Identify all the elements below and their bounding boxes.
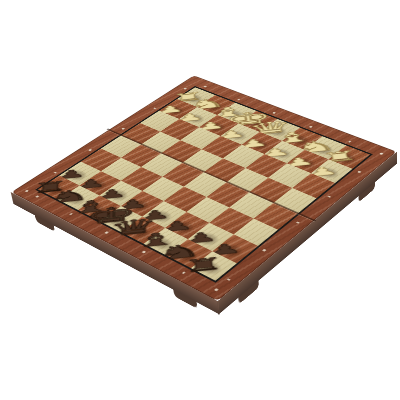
piece-shadow [169,218,199,236]
square-b6 [209,207,253,234]
rivet-dot [36,195,40,197]
rivet-dot [227,278,231,281]
square-a5 [254,203,298,230]
white-pawn: ♟ [306,164,340,179]
board-foot [359,182,375,202]
white-rook: ♜ [320,148,359,165]
rivet-dot [105,231,109,233]
square-e8: ♚ [99,206,143,232]
square-c7: ♟ [165,212,209,239]
black-pawn: ♟ [139,207,171,223]
square-b8: ♞ [167,239,213,268]
rivet-dot [380,153,384,155]
piece-shadow [216,241,248,260]
black-queen: ♛ [109,215,159,240]
square-e6 [142,176,184,201]
rivet-dot [25,190,29,192]
board-foot [173,290,197,309]
piece-shadow [125,223,155,241]
black-pawn: ♟ [161,218,194,234]
rivet-dot [296,221,300,223]
rivet-dot [88,149,91,151]
square-d5 [184,172,226,197]
piece-shadow [195,258,227,278]
black-bishop: ♝ [134,229,178,251]
square-a7: ♟ [212,234,258,263]
rivet-dot [69,213,73,215]
rivet-dot [183,88,186,90]
square-c4 [226,168,268,192]
black-rook: ♜ [183,255,224,276]
rivet-dot [121,128,124,130]
rivet-dot [214,288,218,291]
square-c5 [207,182,250,207]
rivet-dot [182,271,186,274]
piece-shadow [192,230,223,249]
rivet-dot [327,195,331,197]
square-b3 [268,163,310,187]
square-a8: ♜ [191,251,238,281]
rivet-dot [237,98,240,100]
square-c8: ♝ [143,227,188,255]
square-d6 [164,186,207,211]
board-foot [35,215,55,232]
square-a2: ♟ [311,159,353,183]
rivet-dot [272,112,275,114]
square-c6 [186,197,230,223]
piece-shadow [147,207,177,225]
rivet-dot [357,171,361,173]
piece-shadow [147,234,178,253]
piece-shadow [103,212,133,230]
square-a3 [292,173,335,198]
black-pawn: ♟ [208,240,243,257]
rivet-dot [348,141,351,143]
square-d8: ♛ [121,216,165,243]
piece-shadow [171,246,202,265]
chessboard: ♜♞♝♚♛♝♞♜♟♟♟♟♟♟♟♟♟♟♟♟♟♟♟♟♜♞♝♚♛♝♞♜ [11,75,396,301]
board-foot [238,281,259,305]
black-knight: ♞ [157,240,202,263]
square-a4 [273,188,317,214]
square-b5 [230,192,274,218]
rivet-dot [262,249,266,251]
playing-area: ♜♞♝♚♛♝♞♜♟♟♟♟♟♟♟♟♟♟♟♟♟♟♟♟♜♞♝♚♛♝♞♜ [35,86,373,283]
square-b4 [249,177,292,202]
square-d7: ♟ [143,201,187,227]
square-a6 [233,218,278,246]
black-pawn: ♟ [184,229,218,246]
rivet-dot [204,86,207,88]
black-king: ♚ [85,202,138,228]
square-b7: ♟ [188,223,233,251]
rivet-dot [142,251,146,253]
